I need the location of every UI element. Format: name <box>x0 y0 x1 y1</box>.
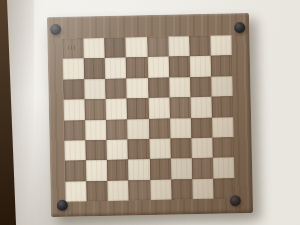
square-r0c6 <box>189 36 211 57</box>
square-r2c3 <box>127 78 149 99</box>
square-r5c7 <box>212 137 234 158</box>
square-r1c4 <box>147 57 169 78</box>
square-r0c4 <box>147 37 169 58</box>
maker-mark: ||| <box>68 46 77 50</box>
square-r1c3 <box>126 57 148 78</box>
square-r6c2 <box>107 160 129 181</box>
square-r2c2 <box>105 78 127 99</box>
square-r4c5 <box>170 118 192 139</box>
square-r3c3 <box>127 98 149 119</box>
square-r5c4 <box>149 138 171 159</box>
square-r4c7 <box>212 117 234 138</box>
square-r7c1 <box>86 181 108 202</box>
wooden-chessboard: ||| <box>47 13 253 217</box>
square-r7c3 <box>129 180 151 201</box>
square-r2c1 <box>84 79 106 100</box>
square-r3c6 <box>190 97 212 118</box>
mounting-knob-top-right <box>234 22 245 33</box>
square-r2c6 <box>190 76 212 97</box>
square-r5c0 <box>65 140 87 161</box>
square-r6c4 <box>149 159 171 180</box>
mounting-knob-top-left <box>50 24 61 35</box>
square-r6c1 <box>86 160 108 181</box>
square-r4c4 <box>149 118 171 139</box>
board-squares <box>62 35 234 202</box>
square-r1c5 <box>168 57 190 78</box>
square-r1c0 <box>63 59 85 80</box>
square-r0c7 <box>210 35 232 56</box>
square-r2c4 <box>148 77 170 98</box>
square-r4c2 <box>106 119 128 140</box>
square-r3c0 <box>64 99 86 120</box>
square-r7c2 <box>108 180 130 201</box>
square-r7c4 <box>150 179 172 200</box>
square-r6c6 <box>192 158 214 179</box>
square-r1c1 <box>84 58 106 79</box>
square-r3c2 <box>106 99 128 120</box>
square-r1c7 <box>211 56 233 77</box>
square-r4c6 <box>191 117 213 138</box>
square-r5c6 <box>191 138 213 159</box>
mounting-knob-bottom-left <box>57 200 68 211</box>
square-r4c3 <box>127 119 149 140</box>
square-r2c7 <box>211 76 233 97</box>
square-r2c0 <box>63 79 85 100</box>
square-r5c5 <box>170 138 192 159</box>
square-r7c0 <box>65 181 87 202</box>
square-r5c2 <box>107 139 129 160</box>
square-r3c5 <box>169 97 191 118</box>
square-r0c5 <box>168 36 190 57</box>
square-r0c3 <box>126 37 148 58</box>
square-r5c1 <box>86 140 108 161</box>
mounting-knob-bottom-right <box>230 195 241 206</box>
square-r6c5 <box>171 158 193 179</box>
square-r2c5 <box>169 77 191 98</box>
square-r3c7 <box>212 96 234 117</box>
square-r7c6 <box>192 178 214 199</box>
square-r0c1 <box>84 38 106 59</box>
square-r7c5 <box>171 179 193 200</box>
square-r4c0 <box>64 120 86 141</box>
square-r3c1 <box>85 99 107 120</box>
square-r3c4 <box>148 98 170 119</box>
square-r1c2 <box>105 58 127 79</box>
square-r1c6 <box>190 56 212 77</box>
square-r4c1 <box>85 119 107 140</box>
square-r5c3 <box>128 139 150 160</box>
photo-scene: ||| <box>0 0 300 225</box>
square-r6c0 <box>65 161 87 182</box>
square-r6c3 <box>128 159 150 180</box>
square-r0c2 <box>105 37 127 58</box>
square-r6c7 <box>213 158 235 179</box>
